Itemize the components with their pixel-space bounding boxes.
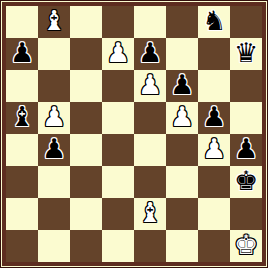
square-f7[interactable] xyxy=(166,38,198,70)
square-c1[interactable] xyxy=(70,230,102,262)
square-e5[interactable] xyxy=(134,102,166,134)
square-a1[interactable] xyxy=(6,230,38,262)
square-h2[interactable] xyxy=(230,198,262,230)
square-c2[interactable] xyxy=(70,198,102,230)
square-e2[interactable]: ♝ xyxy=(134,198,166,230)
square-b1[interactable] xyxy=(38,230,70,262)
black-bishop-icon: ♝ xyxy=(10,102,34,133)
square-d6[interactable] xyxy=(102,70,134,102)
square-h4[interactable]: ♟ xyxy=(230,134,262,166)
square-g6[interactable] xyxy=(198,70,230,102)
square-b5[interactable]: ♟ xyxy=(38,102,70,134)
square-d8[interactable] xyxy=(102,6,134,38)
square-g3[interactable] xyxy=(198,166,230,198)
square-d1[interactable] xyxy=(102,230,134,262)
square-e7[interactable]: ♟ xyxy=(134,38,166,70)
white-pawn-icon: ♟ xyxy=(138,70,162,101)
square-a7[interactable]: ♟ xyxy=(6,38,38,70)
square-f3[interactable] xyxy=(166,166,198,198)
black-queen-icon: ♛ xyxy=(234,38,258,69)
black-pawn-icon: ♟ xyxy=(202,102,226,133)
white-pawn-icon: ♟ xyxy=(202,134,226,165)
square-h5[interactable] xyxy=(230,102,262,134)
white-pawn-icon: ♟ xyxy=(106,38,130,69)
black-pawn-icon: ♟ xyxy=(10,38,34,69)
chess-board: ♝♞♟♟♟♛♟♟♝♟♟♟♟♟♟♚♝♚ xyxy=(6,6,262,262)
square-c4[interactable] xyxy=(70,134,102,166)
square-g7[interactable] xyxy=(198,38,230,70)
square-g1[interactable] xyxy=(198,230,230,262)
square-c5[interactable] xyxy=(70,102,102,134)
black-pawn-icon: ♟ xyxy=(170,70,194,101)
square-f6[interactable]: ♟ xyxy=(166,70,198,102)
square-d2[interactable] xyxy=(102,198,134,230)
square-h7[interactable]: ♛ xyxy=(230,38,262,70)
square-c3[interactable] xyxy=(70,166,102,198)
square-g2[interactable] xyxy=(198,198,230,230)
square-f2[interactable] xyxy=(166,198,198,230)
square-c7[interactable] xyxy=(70,38,102,70)
board-frame: ♝♞♟♟♟♛♟♟♝♟♟♟♟♟♟♚♝♚ xyxy=(0,0,268,268)
white-pawn-icon: ♟ xyxy=(170,102,194,133)
square-c6[interactable] xyxy=(70,70,102,102)
square-f5[interactable]: ♟ xyxy=(166,102,198,134)
square-a8[interactable] xyxy=(6,6,38,38)
square-e3[interactable] xyxy=(134,166,166,198)
black-king-icon: ♚ xyxy=(234,166,258,197)
square-c8[interactable] xyxy=(70,6,102,38)
square-b7[interactable] xyxy=(38,38,70,70)
square-h1[interactable]: ♚ xyxy=(230,230,262,262)
square-d3[interactable] xyxy=(102,166,134,198)
square-d4[interactable] xyxy=(102,134,134,166)
square-f1[interactable] xyxy=(166,230,198,262)
white-bishop-icon: ♝ xyxy=(42,6,66,37)
black-pawn-icon: ♟ xyxy=(138,38,162,69)
square-e4[interactable] xyxy=(134,134,166,166)
square-g5[interactable]: ♟ xyxy=(198,102,230,134)
square-a4[interactable] xyxy=(6,134,38,166)
board-inner-frame: ♝♞♟♟♟♛♟♟♝♟♟♟♟♟♟♚♝♚ xyxy=(2,2,266,266)
square-f4[interactable] xyxy=(166,134,198,166)
white-bishop-icon: ♝ xyxy=(138,198,162,229)
black-pawn-icon: ♟ xyxy=(234,134,258,165)
square-d7[interactable]: ♟ xyxy=(102,38,134,70)
square-g8[interactable]: ♞ xyxy=(198,6,230,38)
square-e6[interactable]: ♟ xyxy=(134,70,166,102)
square-b8[interactable]: ♝ xyxy=(38,6,70,38)
black-pawn-icon: ♟ xyxy=(42,134,66,165)
square-b4[interactable]: ♟ xyxy=(38,134,70,166)
square-g4[interactable]: ♟ xyxy=(198,134,230,166)
square-b3[interactable] xyxy=(38,166,70,198)
black-knight-icon: ♞ xyxy=(202,6,226,37)
square-e1[interactable] xyxy=(134,230,166,262)
square-h6[interactable] xyxy=(230,70,262,102)
square-h8[interactable] xyxy=(230,6,262,38)
square-a5[interactable]: ♝ xyxy=(6,102,38,134)
square-h3[interactable]: ♚ xyxy=(230,166,262,198)
square-a6[interactable] xyxy=(6,70,38,102)
white-king-icon: ♚ xyxy=(234,230,258,261)
white-pawn-icon: ♟ xyxy=(42,102,66,133)
square-a2[interactable] xyxy=(6,198,38,230)
square-b6[interactable] xyxy=(38,70,70,102)
square-e8[interactable] xyxy=(134,6,166,38)
square-a3[interactable] xyxy=(6,166,38,198)
square-d5[interactable] xyxy=(102,102,134,134)
square-f8[interactable] xyxy=(166,6,198,38)
square-b2[interactable] xyxy=(38,198,70,230)
